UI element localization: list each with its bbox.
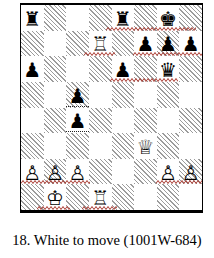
chess-diagram-page: ♜♜♚♖♟♟♟♟♟♛♟♟♕♙♙♙♙♙♔♖ 18. White to move (…: [0, 0, 214, 258]
white-rook-d7: ♖: [91, 34, 109, 54]
square-f8: [134, 5, 157, 31]
square-g4: [157, 108, 180, 134]
square-f3: ♕: [134, 133, 157, 159]
square-g7: ♟: [157, 31, 180, 57]
square-e8: ♜: [112, 5, 135, 31]
square-h1: [179, 184, 202, 210]
square-f6: [134, 56, 157, 82]
black-pawn-f7: ♟: [136, 34, 154, 54]
black-rook-a8: ♜: [23, 9, 41, 29]
square-f1: [134, 184, 157, 210]
square-b5: [44, 82, 67, 108]
black-king-g8: ♚: [159, 9, 177, 29]
square-g1: [157, 184, 180, 210]
black-pawn-h7: ♟: [182, 34, 200, 54]
white-king-b1: ♔: [46, 188, 64, 208]
square-f5: [134, 82, 157, 108]
square-b8: [44, 5, 67, 31]
square-d2: [89, 159, 112, 185]
black-queen-g6: ♛: [159, 60, 177, 80]
square-h2: ♙: [179, 159, 202, 185]
square-c5: ♟: [66, 82, 89, 108]
square-a3: [21, 133, 44, 159]
black-rook-e8: ♜: [114, 9, 132, 29]
square-d6: [89, 56, 112, 82]
black-pawn-e6: ♟: [114, 60, 132, 80]
square-e6: ♟: [112, 56, 135, 82]
square-h3: [179, 133, 202, 159]
square-d3: [89, 133, 112, 159]
square-e1: [112, 184, 135, 210]
square-c2: ♙: [66, 159, 89, 185]
white-rook-d1: ♖: [91, 188, 109, 208]
square-d1: ♖: [89, 184, 112, 210]
square-e3: [112, 133, 135, 159]
square-c7: [66, 31, 89, 57]
square-g5: [157, 82, 180, 108]
black-pawn-g7: ♟: [159, 34, 177, 54]
square-c3: [66, 133, 89, 159]
square-d7: ♖: [89, 31, 112, 57]
square-g3: [157, 133, 180, 159]
square-b4: [44, 108, 67, 134]
square-a7: [21, 31, 44, 57]
square-a8: ♜: [21, 5, 44, 31]
square-g2: ♙: [157, 159, 180, 185]
square-a4: [21, 108, 44, 134]
white-pawn-b2: ♙: [46, 163, 64, 183]
white-pawn-a2: ♙: [23, 163, 41, 183]
white-pawn-h2: ♙: [182, 163, 200, 183]
square-e7: [112, 31, 135, 57]
square-f7: ♟: [134, 31, 157, 57]
square-h6: [179, 56, 202, 82]
square-b2: ♙: [44, 159, 67, 185]
square-h4: [179, 108, 202, 134]
square-f2: [134, 159, 157, 185]
square-e4: [112, 108, 135, 134]
black-pawn-c5: ♟: [69, 86, 87, 106]
square-h8: [179, 5, 202, 31]
white-queen-f3: ♕: [136, 137, 154, 157]
square-d5: [89, 82, 112, 108]
square-b6: [44, 56, 67, 82]
square-g8: ♚: [157, 5, 180, 31]
black-pawn-c4: ♟: [69, 111, 87, 131]
square-c4: ♟: [66, 108, 89, 134]
square-a5: [21, 82, 44, 108]
white-pawn-g2: ♙: [159, 163, 177, 183]
board-grid: ♜♜♚♖♟♟♟♟♟♛♟♟♕♙♙♙♙♙♔♖: [21, 5, 202, 210]
square-g6: ♛: [157, 56, 180, 82]
square-d4: [89, 108, 112, 134]
square-a2: ♙: [21, 159, 44, 185]
square-h7: ♟: [179, 31, 202, 57]
square-e5: [112, 82, 135, 108]
square-a1: [21, 184, 44, 210]
square-c6: [66, 56, 89, 82]
diagram-caption: 18. White to move (1001W-684): [0, 232, 214, 249]
black-pawn-a6: ♟: [23, 60, 41, 80]
square-b1: ♔: [44, 184, 67, 210]
square-h5: [179, 82, 202, 108]
square-c8: [66, 5, 89, 31]
square-f4: [134, 108, 157, 134]
square-a6: ♟: [21, 56, 44, 82]
square-e2: [112, 159, 135, 185]
white-pawn-c2: ♙: [69, 163, 87, 183]
square-c1: [66, 184, 89, 210]
chess-board: ♜♜♚♖♟♟♟♟♟♛♟♟♕♙♙♙♙♙♔♖: [20, 3, 203, 213]
square-b7: [44, 31, 67, 57]
square-b3: [44, 133, 67, 159]
square-d8: [89, 5, 112, 31]
